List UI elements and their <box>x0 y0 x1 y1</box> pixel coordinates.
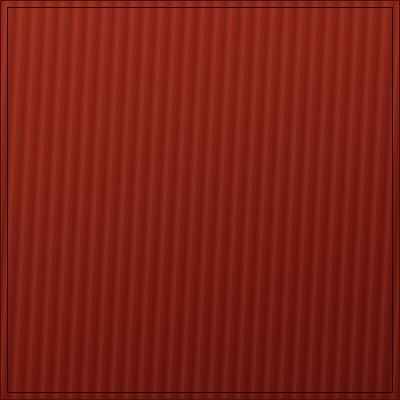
chess-diagram <box>0 0 400 400</box>
board-frame <box>0 0 400 400</box>
chess-board <box>8 8 392 392</box>
board-inner-border <box>7 7 393 393</box>
